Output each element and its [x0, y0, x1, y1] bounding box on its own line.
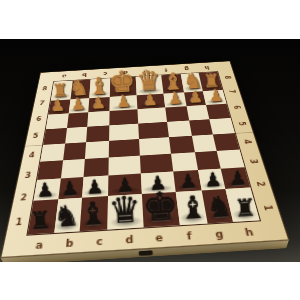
black-pawn[interactable]: ♟: [179, 171, 197, 190]
square-b6[interactable]: [67, 112, 89, 128]
file-label-h: h: [195, 62, 218, 72]
white-pawn[interactable]: ♟: [143, 92, 158, 108]
product-photo: abcdefgh abcdefgh 87654321 87654321 ♜♞♝♚…: [0, 39, 300, 262]
square-h4[interactable]: [213, 133, 239, 151]
white-pawn[interactable]: ♟: [116, 94, 131, 110]
black-pawn[interactable]: ♟: [86, 177, 104, 196]
rank-label-8: 8: [216, 72, 240, 83]
file-label-a: a: [53, 71, 75, 81]
white-pawn[interactable]: ♟: [91, 95, 106, 111]
square-e7[interactable]: ♟: [137, 94, 165, 109]
square-g1[interactable]: ♞: [202, 189, 234, 224]
white-pawn[interactable]: ♟: [188, 89, 203, 105]
file-label-d: d: [115, 67, 136, 77]
square-e5[interactable]: [138, 122, 168, 139]
file-label-d: d: [114, 228, 144, 250]
file-label-a: a: [23, 234, 56, 256]
file-label-c: c: [84, 230, 115, 252]
black-pawn[interactable]: ♟: [36, 180, 54, 199]
square-f5[interactable]: [167, 120, 192, 137]
square-d4[interactable]: [109, 139, 140, 158]
square-a7[interactable]: ♟: [48, 100, 70, 115]
black-knight[interactable]: ♞: [52, 203, 80, 232]
square-e4[interactable]: [139, 137, 171, 156]
black-knight[interactable]: ♞: [206, 193, 234, 222]
file-label-f: f: [155, 65, 177, 75]
square-e6[interactable]: [137, 107, 166, 123]
square-b7[interactable]: ♟: [68, 98, 89, 113]
file-label-b: b: [53, 232, 85, 254]
rank-label-5: 5: [228, 117, 255, 131]
square-f4[interactable]: [169, 136, 195, 154]
square-a6[interactable]: [46, 113, 68, 129]
square-b4[interactable]: [63, 142, 87, 160]
file-label-e: e: [144, 227, 176, 249]
square-h2[interactable]: ♟: [221, 168, 250, 189]
black-queen[interactable]: ♛: [107, 192, 142, 228]
square-f7[interactable]: ♟: [163, 93, 186, 108]
square-c5[interactable]: [86, 125, 110, 142]
square-f1[interactable]: ♝: [175, 190, 207, 225]
chess-board: abcdefgh abcdefgh 87654321 87654321 ♜♞♝♚…: [1, 61, 288, 257]
square-a5[interactable]: [43, 128, 66, 145]
square-d5[interactable]: [109, 123, 139, 140]
black-bishop[interactable]: ♝: [177, 193, 207, 224]
file-label-e: e: [135, 66, 156, 76]
file-label-g: g: [175, 63, 197, 73]
square-b5[interactable]: [65, 127, 88, 144]
rank-label-6: 6: [224, 101, 250, 114]
chess-board-3d: abcdefgh abcdefgh 87654321 87654321 ♜♞♝♚…: [1, 61, 288, 257]
clasp-icon: [139, 250, 153, 255]
square-g4[interactable]: [192, 134, 217, 152]
file-label-c: c: [94, 68, 115, 78]
square-c4[interactable]: [85, 141, 109, 159]
square-c7[interactable]: ♟: [88, 97, 110, 112]
square-c6[interactable]: [87, 111, 110, 127]
black-pawn[interactable]: ♟: [60, 178, 78, 197]
black-bishop[interactable]: ♝: [78, 199, 108, 230]
square-a2[interactable]: ♟: [34, 179, 61, 200]
file-label-b: b: [74, 70, 95, 80]
black-pawn[interactable]: ♟: [228, 168, 246, 187]
black-rook[interactable]: ♜: [29, 209, 52, 233]
white-pawn[interactable]: ♟: [51, 98, 66, 114]
file-label-f: f: [173, 225, 206, 246]
file-label-g: g: [202, 223, 236, 244]
black-king[interactable]: ♚: [141, 186, 179, 226]
white-pawn[interactable]: ♟: [70, 97, 85, 113]
square-b1[interactable]: ♞: [54, 197, 82, 232]
square-d1[interactable]: ♛: [108, 194, 144, 230]
square-c1[interactable]: ♝: [80, 196, 109, 231]
black-pawn[interactable]: ♟: [204, 170, 222, 189]
square-e1[interactable]: ♚: [142, 192, 180, 228]
square-a4[interactable]: [40, 144, 64, 162]
white-pawn[interactable]: ♟: [168, 91, 183, 107]
file-label-h: h: [232, 221, 267, 242]
black-rook[interactable]: ♜: [234, 196, 257, 220]
scene: abcdefgh abcdefgh 87654321 87654321 ♜♞♝♚…: [0, 39, 300, 262]
rank-label-7: 7: [219, 86, 244, 98]
square-f6[interactable]: [165, 106, 189, 122]
